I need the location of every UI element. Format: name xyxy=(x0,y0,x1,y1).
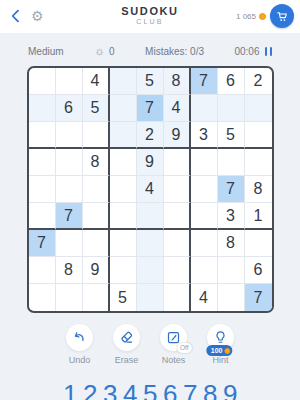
cell-r3c5[interactable]: 2 xyxy=(137,122,164,149)
cell-r8c9[interactable]: 6 xyxy=(245,257,272,284)
notes-off-badge: Off xyxy=(177,343,192,353)
cell-r2c8[interactable] xyxy=(218,95,245,122)
cell-r6c8[interactable]: 3 xyxy=(218,203,245,230)
mistakes-label: Mistakes: 0/3 xyxy=(145,46,204,57)
cell-r8c5[interactable] xyxy=(137,257,164,284)
cell-r4c6[interactable] xyxy=(164,149,191,176)
cell-r4c3[interactable]: 8 xyxy=(83,149,110,176)
cell-r3c1[interactable] xyxy=(29,122,56,149)
numpad-6[interactable]: 6 xyxy=(163,380,177,400)
coin-icon xyxy=(259,13,266,20)
numpad-9[interactable]: 9 xyxy=(223,380,237,400)
cell-r8c8[interactable] xyxy=(218,257,245,284)
cell-r9c6[interactable] xyxy=(164,284,191,311)
pause-button[interactable] xyxy=(265,47,273,56)
timer-group: 00:06 xyxy=(234,46,272,57)
cell-r6c3[interactable] xyxy=(83,203,110,230)
score-value: 0 xyxy=(109,46,115,57)
cell-r7c9[interactable] xyxy=(245,230,272,257)
cell-r1c9[interactable]: 2 xyxy=(245,68,272,95)
cell-r7c3[interactable] xyxy=(83,230,110,257)
cell-r2c4[interactable] xyxy=(110,95,137,122)
cell-r2c7[interactable] xyxy=(191,95,218,122)
cell-r9c8[interactable] xyxy=(218,284,245,311)
cell-r8c1[interactable] xyxy=(29,257,56,284)
cell-r7c8[interactable]: 8 xyxy=(218,230,245,257)
cell-r2c3[interactable]: 5 xyxy=(83,95,110,122)
numpad-4[interactable]: 4 xyxy=(123,380,137,400)
cell-r6c2[interactable]: 7 xyxy=(56,203,83,230)
cell-r1c8[interactable]: 6 xyxy=(218,68,245,95)
cell-r8c7[interactable] xyxy=(191,257,218,284)
cell-r9c3[interactable] xyxy=(83,284,110,311)
cell-r9c2[interactable] xyxy=(56,284,83,311)
cell-r4c5[interactable]: 9 xyxy=(137,149,164,176)
cell-r4c2[interactable] xyxy=(56,149,83,176)
back-button[interactable] xyxy=(8,8,24,24)
cell-r4c1[interactable] xyxy=(29,149,56,176)
timer-value: 00:06 xyxy=(234,46,259,57)
gear-icon: ⚙ xyxy=(31,8,44,24)
cell-r7c1[interactable]: 7 xyxy=(29,230,56,257)
cell-r1c3[interactable]: 4 xyxy=(83,68,110,95)
cell-r6c6[interactable] xyxy=(164,203,191,230)
cell-r6c1[interactable] xyxy=(29,203,56,230)
numpad-8[interactable]: 8 xyxy=(203,380,217,400)
cell-r3c3[interactable] xyxy=(83,122,110,149)
cell-r7c2[interactable] xyxy=(56,230,83,257)
cell-r1c5[interactable]: 5 xyxy=(137,68,164,95)
cell-r3c4[interactable] xyxy=(110,122,137,149)
cell-r4c7[interactable] xyxy=(191,149,218,176)
cell-r5c4[interactable] xyxy=(110,176,137,203)
cell-r5c5[interactable]: 4 xyxy=(137,176,164,203)
number-pad: 123456789 xyxy=(0,380,300,400)
toolbar: Undo Erase Off Notes xyxy=(0,324,300,365)
eraser-icon xyxy=(119,330,134,345)
cell-r2c9[interactable] xyxy=(245,95,272,122)
cell-r2c2[interactable]: 6 xyxy=(56,95,83,122)
cell-r4c4[interactable] xyxy=(110,149,137,176)
notes-label: Notes xyxy=(162,355,186,365)
hint-label: Hint xyxy=(212,355,228,365)
cell-r2c5[interactable]: 7 xyxy=(137,95,164,122)
coin-balance: 1 065 xyxy=(236,12,266,21)
score-sun-icon: ☼ xyxy=(94,46,105,56)
cell-r1c2[interactable] xyxy=(56,68,83,95)
cell-r1c7[interactable]: 7 xyxy=(191,68,218,95)
numpad-7[interactable]: 7 xyxy=(183,380,197,400)
bulb-icon xyxy=(213,330,228,345)
difficulty-label[interactable]: Medium xyxy=(28,46,64,57)
numpad-3[interactable]: 3 xyxy=(103,380,117,400)
cell-r3c7[interactable]: 3 xyxy=(191,122,218,149)
cell-r3c6[interactable]: 9 xyxy=(164,122,191,149)
undo-icon xyxy=(72,330,87,345)
cell-r8c2[interactable]: 8 xyxy=(56,257,83,284)
cell-r8c4[interactable] xyxy=(110,257,137,284)
sudoku-board: 458762657429358947873178896547 xyxy=(27,66,274,313)
back-icon xyxy=(8,8,24,24)
cell-r5c8[interactable]: 7 xyxy=(218,176,245,203)
cell-r7c4[interactable] xyxy=(110,230,137,257)
cell-r4c8[interactable] xyxy=(218,149,245,176)
cart-icon xyxy=(276,10,289,23)
score-indicator: ☼ 0 xyxy=(94,46,115,57)
cell-r9c7[interactable]: 4 xyxy=(191,284,218,311)
numpad-1[interactable]: 1 xyxy=(63,380,77,400)
cell-r6c9[interactable]: 1 xyxy=(245,203,272,230)
cell-r2c6[interactable]: 4 xyxy=(164,95,191,122)
cell-r6c4[interactable] xyxy=(110,203,137,230)
cell-r1c1[interactable] xyxy=(29,68,56,95)
cell-r3c2[interactable] xyxy=(56,122,83,149)
cell-r7c5[interactable] xyxy=(137,230,164,257)
shop-button[interactable] xyxy=(270,4,294,28)
cell-r3c9[interactable] xyxy=(245,122,272,149)
cell-r9c9[interactable]: 7 xyxy=(245,284,272,311)
app-header: ⚙ SUDOKU CLUB 1 065 xyxy=(0,0,300,33)
cell-r7c6[interactable] xyxy=(164,230,191,257)
cell-r1c6[interactable]: 8 xyxy=(164,68,191,95)
numpad-2[interactable]: 2 xyxy=(83,380,97,400)
cell-r9c4[interactable]: 5 xyxy=(110,284,137,311)
hint-button[interactable]: 100 Hint xyxy=(204,324,238,365)
cell-r8c3[interactable]: 9 xyxy=(83,257,110,284)
cell-r6c5[interactable] xyxy=(137,203,164,230)
cell-r1c4[interactable] xyxy=(110,68,137,95)
cell-r5c3[interactable] xyxy=(83,176,110,203)
cell-r5c9[interactable]: 8 xyxy=(245,176,272,203)
cell-r5c2[interactable] xyxy=(56,176,83,203)
notes-button[interactable]: Off Notes xyxy=(157,324,191,365)
hint-cost-value: 100 xyxy=(211,346,223,355)
undo-button[interactable]: Undo xyxy=(63,324,97,365)
settings-button[interactable]: ⚙ xyxy=(31,6,44,26)
hint-cost-badge: 100 xyxy=(206,345,233,356)
cell-r8c6[interactable] xyxy=(164,257,191,284)
cell-r9c5[interactable] xyxy=(137,284,164,311)
cell-r3c8[interactable]: 5 xyxy=(218,122,245,149)
status-bar: Medium ☼ 0 Mistakes: 0/3 00:06 xyxy=(28,42,272,60)
erase-label: Erase xyxy=(115,355,139,365)
cell-r5c6[interactable] xyxy=(164,176,191,203)
cell-r7c7[interactable] xyxy=(191,230,218,257)
coin-count: 1 065 xyxy=(236,12,256,21)
cell-r2c1[interactable] xyxy=(29,95,56,122)
hint-coin-icon xyxy=(225,348,231,354)
undo-label: Undo xyxy=(69,355,91,365)
cell-r5c7[interactable] xyxy=(191,176,218,203)
cell-r9c1[interactable] xyxy=(29,284,56,311)
cell-r6c7[interactable] xyxy=(191,203,218,230)
erase-button[interactable]: Erase xyxy=(110,324,144,365)
cell-r5c1[interactable] xyxy=(29,176,56,203)
cell-r4c9[interactable] xyxy=(245,149,272,176)
numpad-5[interactable]: 5 xyxy=(143,380,157,400)
